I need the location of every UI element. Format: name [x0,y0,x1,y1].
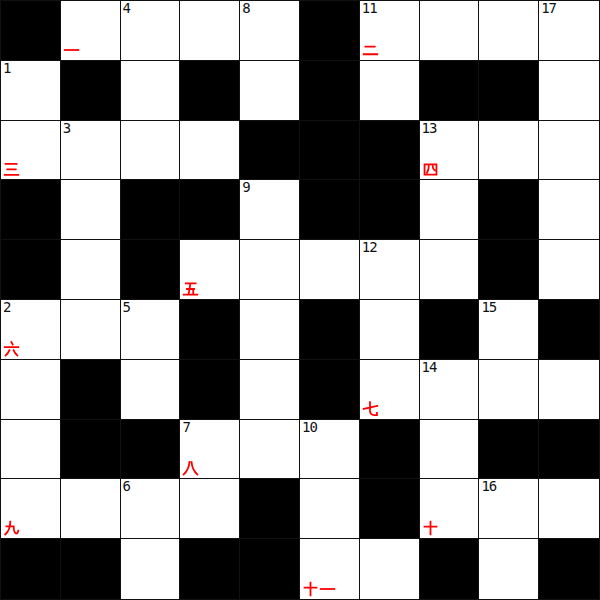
block-cell-r1c3 [180,61,240,121]
red-numeral-label [362,41,379,59]
block-cell-r9c9 [539,539,599,599]
block-cell-r8c4 [240,479,300,539]
cell-r0c6[interactable]: 11 [360,1,420,61]
clue-number: 2 [3,300,10,315]
clue-number: 16 [481,479,496,494]
block-cell-r7c2 [121,420,181,480]
block-cell-r5c3 [180,300,240,360]
block-cell-r0c0 [1,1,61,61]
cell-r2c7[interactable]: 13 [420,121,480,181]
clue-number: 11 [362,1,377,16]
clue-number: 3 [63,121,70,136]
block-cell-r1c1 [61,61,121,121]
cell-r7c4[interactable] [240,420,300,480]
block-cell-r4c2 [121,240,181,300]
cell-r5c1[interactable] [61,300,121,360]
block-cell-r3c2 [121,180,181,240]
cell-r4c6[interactable]: 12 [360,240,420,300]
cell-r8c5[interactable] [300,479,360,539]
cell-r5c2[interactable]: 5 [121,300,181,360]
cell-r7c5[interactable]: 10 [300,420,360,480]
clue-number: 7 [182,420,189,435]
cell-r1c6[interactable] [360,61,420,121]
cell-r5c8[interactable]: 15 [479,300,539,360]
cell-r4c9[interactable] [539,240,599,300]
cell-r2c9[interactable] [539,121,599,181]
cell-r0c9[interactable]: 17 [539,1,599,61]
block-cell-r1c5 [300,61,360,121]
cell-r2c8[interactable] [479,121,539,181]
cell-r1c4[interactable] [240,61,300,121]
cell-r0c2[interactable]: 4 [121,1,181,61]
cell-r4c5[interactable] [300,240,360,300]
block-cell-r4c0 [1,240,61,300]
block-cell-r1c8 [479,61,539,121]
cell-r1c0[interactable]: 1 [1,61,61,121]
cell-r4c3[interactable] [180,240,240,300]
cell-r8c9[interactable] [539,479,599,539]
clue-number: 15 [481,300,496,315]
cell-r5c4[interactable] [240,300,300,360]
crossword-grid: 4811171313912251514710616 [0,0,600,600]
block-cell-r2c5 [300,121,360,181]
block-cell-r0c5 [300,1,360,61]
cell-r0c7[interactable] [420,1,480,61]
cell-r8c3[interactable] [180,479,240,539]
cell-r6c0[interactable] [1,360,61,420]
cell-r6c6[interactable] [360,360,420,420]
block-cell-r4c8 [479,240,539,300]
block-cell-r2c4 [240,121,300,181]
block-cell-r5c7 [420,300,480,360]
block-cell-r9c0 [1,539,61,599]
cell-r8c8[interactable]: 16 [479,479,539,539]
block-cell-r6c5 [300,360,360,420]
block-cell-r8c6 [360,479,420,539]
cell-r8c1[interactable] [61,479,121,539]
red-numeral-label [302,580,336,598]
cell-r6c8[interactable] [479,360,539,420]
block-cell-r3c0 [1,180,61,240]
clue-number: 5 [123,300,130,315]
cell-r6c9[interactable] [539,360,599,420]
cell-r8c2[interactable]: 6 [121,479,181,539]
red-numeral-label [362,400,379,418]
cell-r3c7[interactable] [420,180,480,240]
clue-number: 14 [422,360,437,375]
cell-r0c1[interactable] [61,1,121,61]
red-numeral-label [422,160,439,178]
red-numeral-label [422,519,439,537]
cell-r0c4[interactable]: 8 [240,1,300,61]
block-cell-r5c9 [539,300,599,360]
red-numeral-label [3,160,20,178]
clue-number: 4 [123,1,130,16]
cell-r5c0[interactable]: 2 [1,300,61,360]
block-cell-r3c3 [180,180,240,240]
clue-number: 1 [3,61,10,76]
cell-r4c4[interactable] [240,240,300,300]
block-cell-r3c6 [360,180,420,240]
clue-number: 6 [123,479,130,494]
block-cell-r5c5 [300,300,360,360]
cell-r6c7[interactable]: 14 [420,360,480,420]
cell-r2c0[interactable] [1,121,61,181]
block-cell-r3c8 [479,180,539,240]
cell-r0c3[interactable] [180,1,240,61]
block-cell-r3c5 [300,180,360,240]
cell-r4c7[interactable] [420,240,480,300]
clue-number: 10 [302,420,317,435]
red-numeral-label [3,340,20,358]
block-cell-r7c8 [479,420,539,480]
cell-r8c7[interactable] [420,479,480,539]
cell-r9c6[interactable] [360,539,420,599]
red-numeral-label [182,459,199,477]
cell-r3c1[interactable] [61,180,121,240]
clue-number: 13 [422,121,437,136]
block-cell-r9c7 [420,539,480,599]
cell-r9c5[interactable] [300,539,360,599]
clue-number: 8 [242,1,249,16]
block-cell-r1c7 [420,61,480,121]
block-cell-r9c1 [61,539,121,599]
clue-number: 9 [242,180,249,195]
cell-r1c9[interactable] [539,61,599,121]
cell-r3c9[interactable] [539,180,599,240]
cell-r5c6[interactable] [360,300,420,360]
cell-r9c8[interactable] [479,539,539,599]
cell-r4c1[interactable] [61,240,121,300]
red-numeral-label [3,519,20,537]
cell-r1c2[interactable] [121,61,181,121]
red-numeral-label [63,41,80,59]
cell-r7c3[interactable]: 7 [180,420,240,480]
cell-r3c4[interactable]: 9 [240,180,300,240]
block-cell-r2c6 [360,121,420,181]
block-cell-r7c6 [360,420,420,480]
cell-r8c0[interactable] [1,479,61,539]
block-cell-r7c9 [539,420,599,480]
clue-number: 17 [541,1,556,16]
cell-r9c2[interactable] [121,539,181,599]
block-cell-r7c1 [61,420,121,480]
cell-r0c8[interactable] [479,1,539,61]
block-cell-r9c3 [180,539,240,599]
clue-number: 12 [362,240,377,255]
red-numeral-label [182,280,199,298]
cell-r6c4[interactable] [240,360,300,420]
cell-r2c2[interactable] [121,121,181,181]
cell-r2c1[interactable]: 3 [61,121,121,181]
cell-r6c2[interactable] [121,360,181,420]
cell-r7c7[interactable] [420,420,480,480]
block-cell-r6c1 [61,360,121,420]
cell-r7c0[interactable] [1,420,61,480]
block-cell-r9c4 [240,539,300,599]
cell-r2c3[interactable] [180,121,240,181]
block-cell-r6c3 [180,360,240,420]
